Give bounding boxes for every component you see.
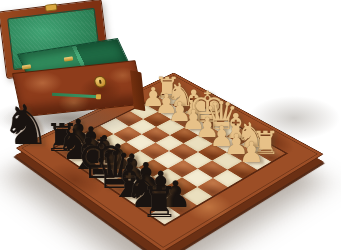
piece-black-knight-offboard[interactable]: ♞ (0, 98, 61, 153)
box-lid-brass-medallion (45, 3, 58, 11)
product-photo-scene: ♜♞♝♚♛♝♞♜♟♟♟♟♟♟♟♟♟♟♟♟♟♟♟♟♜♞♝♚♛♝♞♜♞ (0, 0, 341, 250)
piece-black-rook-a8[interactable]: ♜ (124, 182, 194, 224)
box-keyhole-escutcheon (93, 75, 107, 88)
piece-white-pawn-a2[interactable]: ♟ (217, 139, 287, 167)
